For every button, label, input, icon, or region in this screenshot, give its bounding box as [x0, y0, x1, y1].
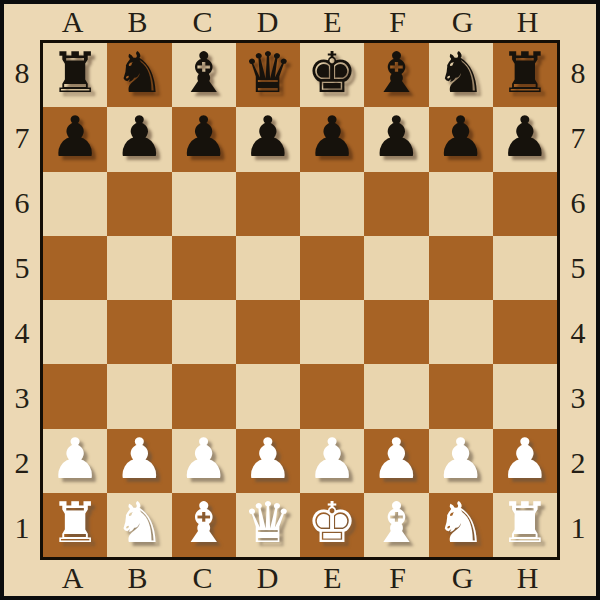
white-knight-g1: ♞ [436, 495, 486, 551]
square-g7[interactable]: ♟ [429, 107, 493, 171]
black-queen-d8: ♛ [243, 45, 293, 101]
white-knight-b1: ♞ [114, 495, 164, 551]
file-label-b: B [105, 4, 170, 40]
square-d6[interactable] [236, 172, 300, 236]
black-king-e8: ♚ [307, 45, 357, 101]
square-d1[interactable]: ♛ [236, 493, 300, 557]
square-h3[interactable] [493, 364, 557, 428]
square-g8[interactable]: ♞ [429, 43, 493, 107]
square-c5[interactable] [172, 236, 236, 300]
black-knight-b8: ♞ [114, 45, 164, 101]
square-c3[interactable] [172, 364, 236, 428]
square-c7[interactable]: ♟ [172, 107, 236, 171]
white-bishop-f1: ♝ [371, 495, 421, 551]
square-h2[interactable]: ♟ [493, 429, 557, 493]
square-d3[interactable] [236, 364, 300, 428]
rank-label-7: 7 [560, 105, 596, 170]
white-king-e1: ♚ [307, 495, 357, 551]
square-g6[interactable] [429, 172, 493, 236]
black-pawn-b7: ♟ [114, 109, 164, 165]
white-pawn-d2: ♟ [243, 431, 293, 487]
file-labels-top: ABCDEFGH [40, 4, 560, 40]
square-f1[interactable]: ♝ [364, 493, 428, 557]
square-e3[interactable] [300, 364, 364, 428]
white-pawn-a2: ♟ [50, 431, 100, 487]
white-bishop-c1: ♝ [179, 495, 229, 551]
square-h6[interactable] [493, 172, 557, 236]
file-label-h: H [495, 560, 560, 596]
rank-label-1: 1 [4, 495, 40, 560]
file-label-c: C [170, 560, 235, 596]
black-bishop-f8: ♝ [371, 45, 421, 101]
square-f4[interactable] [364, 300, 428, 364]
square-a1[interactable]: ♜ [43, 493, 107, 557]
file-label-g: G [430, 560, 495, 596]
square-e6[interactable] [300, 172, 364, 236]
black-pawn-c7: ♟ [179, 109, 229, 165]
file-label-f: F [365, 4, 430, 40]
file-label-f: F [365, 560, 430, 596]
square-g1[interactable]: ♞ [429, 493, 493, 557]
square-c4[interactable] [172, 300, 236, 364]
file-label-e: E [300, 560, 365, 596]
chessboard-frame: ABCDEFGH 87654321 ♜♞♝♛♚♝♞♜♟♟♟♟♟♟♟♟♟♟♟♟♟♟… [0, 0, 600, 600]
rank-label-3: 3 [4, 365, 40, 430]
rank-labels-right: 87654321 [560, 40, 596, 560]
square-d5[interactable] [236, 236, 300, 300]
file-label-g: G [430, 4, 495, 40]
file-label-a: A [40, 4, 105, 40]
square-b8[interactable]: ♞ [107, 43, 171, 107]
file-label-e: E [300, 4, 365, 40]
file-labels-bottom: ABCDEFGH [40, 560, 560, 596]
square-b2[interactable]: ♟ [107, 429, 171, 493]
rank-label-8: 8 [4, 40, 40, 105]
white-pawn-h2: ♟ [500, 431, 550, 487]
rank-label-6: 6 [4, 170, 40, 235]
white-queen-d1: ♛ [243, 495, 293, 551]
rank-label-5: 5 [560, 235, 596, 300]
square-f6[interactable] [364, 172, 428, 236]
square-c1[interactable]: ♝ [172, 493, 236, 557]
rank-label-2: 2 [4, 430, 40, 495]
black-pawn-d7: ♟ [243, 109, 293, 165]
square-a3[interactable] [43, 364, 107, 428]
rank-label-5: 5 [4, 235, 40, 300]
rank-label-1: 1 [560, 495, 596, 560]
square-g3[interactable] [429, 364, 493, 428]
square-b7[interactable]: ♟ [107, 107, 171, 171]
file-label-d: D [235, 560, 300, 596]
black-pawn-g7: ♟ [436, 109, 486, 165]
rank-label-2: 2 [560, 430, 596, 495]
square-g4[interactable] [429, 300, 493, 364]
square-d7[interactable]: ♟ [236, 107, 300, 171]
square-e4[interactable] [300, 300, 364, 364]
square-g2[interactable]: ♟ [429, 429, 493, 493]
black-rook-h8: ♜ [500, 45, 550, 101]
square-a4[interactable] [43, 300, 107, 364]
square-a2[interactable]: ♟ [43, 429, 107, 493]
rank-label-6: 6 [560, 170, 596, 235]
black-pawn-f7: ♟ [371, 109, 421, 165]
square-f3[interactable] [364, 364, 428, 428]
square-d2[interactable]: ♟ [236, 429, 300, 493]
black-knight-g8: ♞ [436, 45, 486, 101]
square-h7[interactable]: ♟ [493, 107, 557, 171]
square-a6[interactable] [43, 172, 107, 236]
square-e8[interactable]: ♚ [300, 43, 364, 107]
square-a5[interactable] [43, 236, 107, 300]
square-a8[interactable]: ♜ [43, 43, 107, 107]
black-bishop-c8: ♝ [179, 45, 229, 101]
square-f2[interactable]: ♟ [364, 429, 428, 493]
white-rook-a1: ♜ [50, 495, 100, 551]
white-rook-h1: ♜ [500, 495, 550, 551]
rank-label-4: 4 [560, 300, 596, 365]
rank-labels-left: 87654321 [4, 40, 40, 560]
file-label-c: C [170, 4, 235, 40]
square-e5[interactable] [300, 236, 364, 300]
square-b4[interactable] [107, 300, 171, 364]
white-pawn-f2: ♟ [371, 431, 421, 487]
rank-label-3: 3 [560, 365, 596, 430]
square-e2[interactable]: ♟ [300, 429, 364, 493]
square-d8[interactable]: ♛ [236, 43, 300, 107]
file-label-b: B [105, 560, 170, 596]
square-e7[interactable]: ♟ [300, 107, 364, 171]
rank-label-7: 7 [4, 105, 40, 170]
square-c6[interactable] [172, 172, 236, 236]
square-h4[interactable] [493, 300, 557, 364]
board-border-area: ABCDEFGH 87654321 ♜♞♝♛♚♝♞♜♟♟♟♟♟♟♟♟♟♟♟♟♟♟… [4, 4, 596, 596]
square-g5[interactable] [429, 236, 493, 300]
black-pawn-h7: ♟ [500, 109, 550, 165]
square-f8[interactable]: ♝ [364, 43, 428, 107]
black-pawn-a7: ♟ [50, 109, 100, 165]
square-d4[interactable] [236, 300, 300, 364]
square-a7[interactable]: ♟ [43, 107, 107, 171]
square-b5[interactable] [107, 236, 171, 300]
square-e1[interactable]: ♚ [300, 493, 364, 557]
file-label-h: H [495, 4, 560, 40]
square-b1[interactable]: ♞ [107, 493, 171, 557]
square-c2[interactable]: ♟ [172, 429, 236, 493]
black-pawn-e7: ♟ [307, 109, 357, 165]
square-h1[interactable]: ♜ [493, 493, 557, 557]
square-f7[interactable]: ♟ [364, 107, 428, 171]
square-f5[interactable] [364, 236, 428, 300]
chess-board: ♜♞♝♛♚♝♞♜♟♟♟♟♟♟♟♟♟♟♟♟♟♟♟♟♜♞♝♛♚♝♞♜ [40, 40, 560, 560]
square-c8[interactable]: ♝ [172, 43, 236, 107]
square-b3[interactable] [107, 364, 171, 428]
file-label-d: D [235, 4, 300, 40]
square-h8[interactable]: ♜ [493, 43, 557, 107]
white-pawn-e2: ♟ [307, 431, 357, 487]
square-b6[interactable] [107, 172, 171, 236]
rank-label-8: 8 [560, 40, 596, 105]
black-rook-a8: ♜ [50, 45, 100, 101]
white-pawn-b2: ♟ [114, 431, 164, 487]
file-label-a: A [40, 560, 105, 596]
rank-label-4: 4 [4, 300, 40, 365]
white-pawn-c2: ♟ [179, 431, 229, 487]
square-h5[interactable] [493, 236, 557, 300]
white-pawn-g2: ♟ [436, 431, 486, 487]
